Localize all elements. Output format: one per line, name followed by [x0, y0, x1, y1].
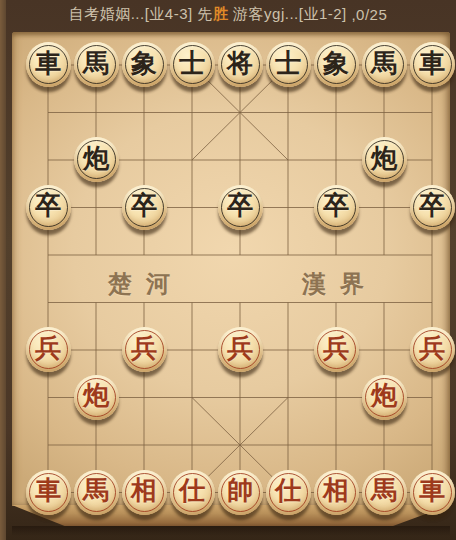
piece-red-elephant[interactable]: 相: [122, 470, 167, 515]
piece-black-elephant[interactable]: 象: [314, 42, 359, 87]
piece-glyph: 車: [35, 478, 61, 504]
piece-red-horse[interactable]: 馬: [74, 470, 119, 515]
piece-glyph: 炮: [83, 146, 109, 172]
piece-glyph: 兵: [419, 336, 445, 362]
piece-glyph: 士: [275, 51, 301, 77]
result-word: 胜: [213, 5, 229, 24]
piece-glyph: 馬: [83, 478, 109, 504]
piece-glyph: 卒: [227, 193, 253, 219]
black-player-name: 游客ygj...[业1-2]: [228, 5, 346, 24]
piece-red-soldier[interactable]: 兵: [122, 327, 167, 372]
piece-glyph: 馬: [371, 478, 397, 504]
match-score: ,0/25: [347, 6, 388, 23]
piece-red-advisor[interactable]: 仕: [266, 470, 311, 515]
piece-black-horse[interactable]: 馬: [74, 42, 119, 87]
piece-glyph: 馬: [371, 51, 397, 77]
piece-red-soldier[interactable]: 兵: [314, 327, 359, 372]
piece-glyph: 炮: [371, 383, 397, 409]
piece-black-general[interactable]: 将: [218, 42, 263, 87]
piece-glyph: 兵: [323, 336, 349, 362]
xiangqi-game-screen: { "game": "xiangqi", "top_bar": { "red_p…: [0, 0, 456, 540]
piece-black-rook[interactable]: 車: [26, 42, 71, 87]
piece-glyph: 仕: [275, 478, 301, 504]
piece-glyph: 兵: [227, 336, 253, 362]
piece-glyph: 馬: [83, 51, 109, 77]
board-shadow: [12, 526, 450, 536]
piece-red-rook[interactable]: 車: [410, 470, 455, 515]
piece-black-elephant[interactable]: 象: [122, 42, 167, 87]
piece-red-advisor[interactable]: 仕: [170, 470, 215, 515]
piece-red-elephant[interactable]: 相: [314, 470, 359, 515]
piece-black-cannon[interactable]: 炮: [362, 137, 407, 182]
piece-black-rook[interactable]: 車: [410, 42, 455, 87]
piece-glyph: 将: [227, 51, 253, 77]
piece-glyph: 象: [131, 51, 157, 77]
piece-glyph: 車: [419, 478, 445, 504]
piece-glyph: 車: [419, 51, 445, 77]
piece-red-horse[interactable]: 馬: [362, 470, 407, 515]
pieces-layer: 車馬象士将士象馬車炮炮卒卒卒卒卒兵兵兵兵兵炮炮車馬相仕帥仕相馬車: [24, 41, 456, 516]
piece-red-cannon[interactable]: 炮: [362, 375, 407, 420]
piece-red-soldier[interactable]: 兵: [410, 327, 455, 372]
piece-glyph: 帥: [227, 478, 253, 504]
piece-glyph: 兵: [131, 336, 157, 362]
piece-glyph: 士: [179, 51, 205, 77]
piece-black-soldier[interactable]: 卒: [218, 185, 263, 230]
piece-glyph: 相: [131, 478, 157, 504]
match-status-bar: 自考婚姻...[业4-3] 先胜 游客ygj...[业1-2] ,0/25: [0, 0, 456, 28]
piece-glyph: 象: [323, 51, 349, 77]
piece-glyph: 車: [35, 51, 61, 77]
piece-red-soldier[interactable]: 兵: [218, 327, 263, 372]
piece-black-advisor[interactable]: 士: [170, 42, 215, 87]
red-player-name: 自考婚姻...[业4-3]: [69, 5, 193, 24]
piece-glyph: 卒: [35, 193, 61, 219]
piece-black-horse[interactable]: 馬: [362, 42, 407, 87]
piece-black-soldier[interactable]: 卒: [26, 185, 71, 230]
piece-black-soldier[interactable]: 卒: [122, 185, 167, 230]
piece-black-soldier[interactable]: 卒: [314, 185, 359, 230]
piece-red-general[interactable]: 帥: [218, 470, 263, 515]
piece-black-advisor[interactable]: 士: [266, 42, 311, 87]
piece-black-cannon[interactable]: 炮: [74, 137, 119, 182]
piece-red-rook[interactable]: 車: [26, 470, 71, 515]
screen-left-edge-highlight: [0, 0, 6, 540]
piece-glyph: 仕: [179, 478, 205, 504]
piece-glyph: 相: [323, 478, 349, 504]
piece-glyph: 卒: [131, 193, 157, 219]
piece-glyph: 兵: [35, 336, 61, 362]
piece-glyph: 炮: [83, 383, 109, 409]
piece-glyph: 卒: [419, 193, 445, 219]
piece-glyph: 卒: [323, 193, 349, 219]
piece-red-soldier[interactable]: 兵: [26, 327, 71, 372]
result-prefix: 先: [193, 5, 213, 24]
piece-glyph: 炮: [371, 146, 397, 172]
piece-red-cannon[interactable]: 炮: [74, 375, 119, 420]
piece-black-soldier[interactable]: 卒: [410, 185, 455, 230]
